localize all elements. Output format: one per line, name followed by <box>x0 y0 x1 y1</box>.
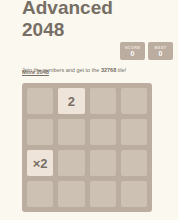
best-value: 0 <box>159 50 163 58</box>
board-cell-r0c1: 2 <box>58 88 84 114</box>
score-box: SCORE 0 <box>120 42 145 60</box>
board-cell-r3c1 <box>58 181 84 207</box>
goal-tile-number: 32768 <box>101 67 116 73</box>
board-cell-r2c3 <box>121 150 147 176</box>
page-title: Advanced 2048 <box>22 0 142 41</box>
more-2048-link[interactable]: More 2048 <box>22 69 49 76</box>
tile-×2: ×2 <box>27 150 53 176</box>
board-cell-r2c2 <box>90 150 116 176</box>
board-cell-r1c3 <box>121 119 147 145</box>
instruction-after: tile! <box>116 67 126 73</box>
board-cell-r2c0: ×2 <box>27 150 53 176</box>
board-cell-r2c1 <box>58 150 84 176</box>
board-cell-r3c2 <box>90 181 116 207</box>
score-value: 0 <box>131 50 135 58</box>
tile-2: 2 <box>58 88 84 114</box>
board-cell-r1c2 <box>90 119 116 145</box>
board-cell-r0c2 <box>90 88 116 114</box>
board-cell-r0c0 <box>27 88 53 114</box>
board-cell-r1c1 <box>58 119 84 145</box>
board-cell-r3c0 <box>27 181 53 207</box>
scoreboard: SCORE 0 BEST 0 <box>120 42 173 60</box>
best-box: BEST 0 <box>148 42 173 60</box>
board-cell-r3c3 <box>121 181 147 207</box>
game-board[interactable]: 2×2 <box>22 83 152 212</box>
board-cell-r1c0 <box>27 119 53 145</box>
board-cell-r0c3 <box>121 88 147 114</box>
